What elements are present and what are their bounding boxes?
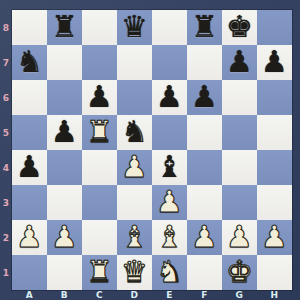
file-label-a: A <box>12 289 47 300</box>
piece-black-rook[interactable]: ♜ <box>51 9 78 44</box>
square-b8[interactable]: ♜ <box>47 10 82 45</box>
square-f4[interactable] <box>187 150 222 185</box>
square-g7[interactable]: ♟ <box>222 45 257 80</box>
square-d1[interactable]: ♛ <box>117 255 152 290</box>
square-e2[interactable]: ♝ <box>152 220 187 255</box>
square-b3[interactable] <box>47 185 82 220</box>
square-f3[interactable] <box>187 185 222 220</box>
piece-black-pawn[interactable]: ♟ <box>16 149 43 184</box>
piece-white-pawn[interactable]: ♟ <box>226 219 253 254</box>
piece-white-pawn[interactable]: ♟ <box>191 219 218 254</box>
square-c3[interactable] <box>82 185 117 220</box>
square-e3[interactable]: ♟ <box>152 185 187 220</box>
square-e5[interactable] <box>152 115 187 150</box>
square-c6[interactable]: ♟ <box>82 80 117 115</box>
piece-black-knight[interactable]: ♞ <box>16 44 43 79</box>
rank-labels: 87654321 <box>0 10 12 290</box>
piece-white-pawn[interactable]: ♟ <box>156 184 183 219</box>
square-e8[interactable] <box>152 10 187 45</box>
square-e7[interactable] <box>152 45 187 80</box>
square-b5[interactable]: ♟ <box>47 115 82 150</box>
piece-black-pawn[interactable]: ♟ <box>156 79 183 114</box>
square-h5[interactable] <box>257 115 292 150</box>
square-d8[interactable]: ♛ <box>117 10 152 45</box>
square-g6[interactable] <box>222 80 257 115</box>
piece-white-king[interactable]: ♚ <box>226 254 253 289</box>
piece-white-pawn[interactable]: ♟ <box>121 149 148 184</box>
rank-label-3: 3 <box>0 185 12 220</box>
square-g2[interactable]: ♟ <box>222 220 257 255</box>
file-label-f: F <box>187 289 222 300</box>
rank-label-5: 5 <box>0 115 12 150</box>
square-a5[interactable] <box>12 115 47 150</box>
square-g3[interactable] <box>222 185 257 220</box>
piece-black-pawn[interactable]: ♟ <box>226 44 253 79</box>
rank-label-6: 6 <box>0 80 12 115</box>
square-a3[interactable] <box>12 185 47 220</box>
square-g8[interactable]: ♚ <box>222 10 257 45</box>
square-f2[interactable]: ♟ <box>187 220 222 255</box>
square-f1[interactable] <box>187 255 222 290</box>
file-label-b: B <box>47 289 82 300</box>
rank-label-1: 1 <box>0 255 12 290</box>
piece-black-queen[interactable]: ♛ <box>121 9 148 44</box>
square-d3[interactable] <box>117 185 152 220</box>
piece-black-pawn[interactable]: ♟ <box>191 79 218 114</box>
square-e6[interactable]: ♟ <box>152 80 187 115</box>
square-c5[interactable]: ♜ <box>82 115 117 150</box>
file-label-d: D <box>117 289 152 300</box>
rank-label-2: 2 <box>0 220 12 255</box>
square-c2[interactable] <box>82 220 117 255</box>
square-c4[interactable] <box>82 150 117 185</box>
square-b6[interactable] <box>47 80 82 115</box>
piece-black-bishop[interactable]: ♝ <box>156 149 183 184</box>
square-d2[interactable]: ♝ <box>117 220 152 255</box>
file-label-h: H <box>257 289 292 300</box>
piece-white-pawn[interactable]: ♟ <box>261 219 288 254</box>
piece-white-queen[interactable]: ♛ <box>121 254 148 289</box>
square-d6[interactable] <box>117 80 152 115</box>
square-a6[interactable] <box>12 80 47 115</box>
piece-white-bishop[interactable]: ♝ <box>156 219 183 254</box>
square-a7[interactable]: ♞ <box>12 45 47 80</box>
square-d4[interactable]: ♟ <box>117 150 152 185</box>
piece-white-knight[interactable]: ♞ <box>156 254 183 289</box>
square-f7[interactable] <box>187 45 222 80</box>
piece-white-rook[interactable]: ♜ <box>86 114 113 149</box>
file-label-c: C <box>82 289 117 300</box>
square-h4[interactable] <box>257 150 292 185</box>
file-labels: ABCDEFGH <box>12 289 292 300</box>
piece-black-king[interactable]: ♚ <box>226 9 253 44</box>
square-a8[interactable] <box>12 10 47 45</box>
square-d5[interactable]: ♞ <box>117 115 152 150</box>
square-h7[interactable]: ♟ <box>257 45 292 80</box>
square-b1[interactable] <box>47 255 82 290</box>
piece-black-knight[interactable]: ♞ <box>121 114 148 149</box>
file-label-e: E <box>152 289 187 300</box>
square-a4[interactable]: ♟ <box>12 150 47 185</box>
piece-black-pawn[interactable]: ♟ <box>86 79 113 114</box>
piece-black-rook[interactable]: ♜ <box>191 9 218 44</box>
square-f8[interactable]: ♜ <box>187 10 222 45</box>
square-a1[interactable] <box>12 255 47 290</box>
rank-label-8: 8 <box>0 10 12 45</box>
chess-diagram: 87654321 ♜♛♜♚♞♟♟♟♟♟♟♜♞♟♟♝♟♟♟♝♝♟♟♟♜♛♞♚ AB… <box>0 0 300 300</box>
square-c7[interactable] <box>82 45 117 80</box>
square-h6[interactable] <box>257 80 292 115</box>
piece-white-pawn[interactable]: ♟ <box>16 219 43 254</box>
square-e4[interactable]: ♝ <box>152 150 187 185</box>
square-h1[interactable] <box>257 255 292 290</box>
piece-white-bishop[interactable]: ♝ <box>121 219 148 254</box>
square-b2[interactable]: ♟ <box>47 220 82 255</box>
chess-board: ♜♛♜♚♞♟♟♟♟♟♟♜♞♟♟♝♟♟♟♝♝♟♟♟♜♛♞♚ <box>12 10 292 290</box>
square-b7[interactable] <box>47 45 82 80</box>
rank-label-7: 7 <box>0 45 12 80</box>
square-d7[interactable] <box>117 45 152 80</box>
square-g4[interactable] <box>222 150 257 185</box>
file-label-g: G <box>222 289 257 300</box>
square-e1[interactable]: ♞ <box>152 255 187 290</box>
square-h2[interactable]: ♟ <box>257 220 292 255</box>
square-g5[interactable] <box>222 115 257 150</box>
square-c1[interactable]: ♜ <box>82 255 117 290</box>
square-h8[interactable] <box>257 10 292 45</box>
piece-black-pawn[interactable]: ♟ <box>51 114 78 149</box>
square-g1[interactable]: ♚ <box>222 255 257 290</box>
piece-white-pawn[interactable]: ♟ <box>51 219 78 254</box>
square-f5[interactable] <box>187 115 222 150</box>
square-a2[interactable]: ♟ <box>12 220 47 255</box>
square-c8[interactable] <box>82 10 117 45</box>
square-b4[interactable] <box>47 150 82 185</box>
rank-label-4: 4 <box>0 150 12 185</box>
piece-black-pawn[interactable]: ♟ <box>261 44 288 79</box>
square-f6[interactable]: ♟ <box>187 80 222 115</box>
piece-white-rook[interactable]: ♜ <box>86 254 113 289</box>
square-h3[interactable] <box>257 185 292 220</box>
